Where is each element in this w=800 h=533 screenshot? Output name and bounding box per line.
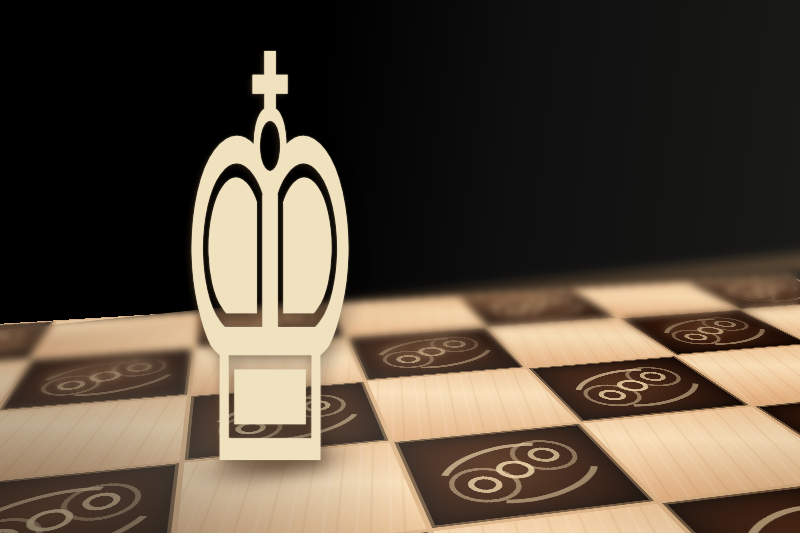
photo: ♚ [0,0,800,533]
board-grid [0,0,800,533]
chessboard [0,0,800,533]
